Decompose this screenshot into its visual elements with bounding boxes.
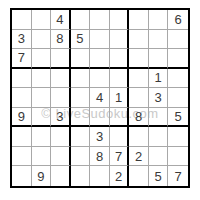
given-digit: 5 — [76, 31, 83, 46]
cell-r2c3[interactable]: 8 — [51, 30, 71, 50]
cell-r4c8[interactable]: 1 — [149, 69, 169, 89]
cell-r2c8[interactable] — [149, 30, 169, 50]
given-digit: 1 — [115, 90, 122, 105]
cell-r1c9[interactable]: 6 — [168, 10, 188, 30]
cell-r9c4[interactable] — [71, 166, 91, 186]
given-digit: 8 — [135, 109, 142, 124]
given-digit: 4 — [56, 12, 63, 27]
cell-r5c5[interactable]: 4 — [90, 88, 110, 108]
cell-r1c4[interactable] — [71, 10, 91, 30]
cell-r9c6[interactable]: 2 — [110, 166, 130, 186]
cell-r9c3[interactable] — [51, 166, 71, 186]
cell-r4c6[interactable] — [110, 69, 130, 89]
cell-r3c4[interactable] — [71, 49, 91, 69]
cell-r7c6[interactable] — [110, 127, 130, 147]
given-digit: 5 — [175, 109, 182, 124]
cell-r3c8[interactable] — [149, 49, 169, 69]
given-digit: 7 — [175, 169, 182, 184]
cell-r3c1[interactable]: 7 — [12, 49, 32, 69]
cell-r3c6[interactable] — [110, 49, 130, 69]
cell-r8c5[interactable]: 8 — [90, 147, 110, 167]
given-digit: 1 — [155, 70, 162, 85]
cell-r7c1[interactable] — [12, 127, 32, 147]
cell-r8c4[interactable] — [71, 147, 91, 167]
cell-r6c2[interactable] — [32, 108, 52, 128]
cell-r5c6[interactable]: 1 — [110, 88, 130, 108]
given-digit: 3 — [96, 129, 103, 144]
given-digit: 9 — [18, 109, 25, 124]
cell-r6c5[interactable] — [90, 108, 110, 128]
cell-r8c3[interactable] — [51, 147, 71, 167]
cell-r5c4[interactable] — [71, 88, 91, 108]
cell-r8c6[interactable]: 7 — [110, 147, 130, 167]
given-digit: 7 — [18, 50, 25, 65]
cell-r1c6[interactable] — [110, 10, 130, 30]
cell-r6c1[interactable]: 9 — [12, 108, 32, 128]
cell-r9c9[interactable]: 7 — [168, 166, 188, 186]
given-digit: 8 — [56, 31, 63, 46]
given-digit: 3 — [18, 31, 25, 46]
cell-r5c2[interactable] — [32, 88, 52, 108]
cell-r2c6[interactable] — [110, 30, 130, 50]
given-digit: 3 — [56, 109, 63, 124]
cell-r3c9[interactable] — [168, 49, 188, 69]
cell-r8c9[interactable] — [168, 147, 188, 167]
cell-r5c1[interactable] — [12, 88, 32, 108]
cell-r2c9[interactable] — [168, 30, 188, 50]
given-digit: 6 — [175, 12, 182, 27]
cell-r1c2[interactable] — [32, 10, 52, 30]
cell-r6c7[interactable]: 8 — [129, 108, 149, 128]
cell-r7c5[interactable]: 3 — [90, 127, 110, 147]
cell-r1c7[interactable] — [129, 10, 149, 30]
cell-r1c1[interactable] — [12, 10, 32, 30]
given-digit: 3 — [155, 90, 162, 105]
cell-r1c8[interactable] — [149, 10, 169, 30]
given-digit: 7 — [115, 149, 122, 164]
given-digit: 2 — [115, 169, 122, 184]
given-digit: 2 — [135, 149, 142, 164]
cell-r9c5[interactable] — [90, 166, 110, 186]
cell-r2c7[interactable] — [129, 30, 149, 50]
given-digit: 5 — [155, 169, 162, 184]
cell-r6c9[interactable]: 5 — [168, 108, 188, 128]
cell-r6c8[interactable] — [149, 108, 169, 128]
cell-r5c7[interactable] — [129, 88, 149, 108]
cell-r7c4[interactable] — [71, 127, 91, 147]
cell-r2c2[interactable] — [32, 30, 52, 50]
cell-r2c4[interactable]: 5 — [71, 30, 91, 50]
cell-r4c4[interactable] — [71, 69, 91, 89]
cell-r3c7[interactable] — [129, 49, 149, 69]
cell-r2c5[interactable] — [90, 30, 110, 50]
cell-r3c2[interactable] — [32, 49, 52, 69]
cell-r8c8[interactable] — [149, 147, 169, 167]
cell-r3c5[interactable] — [90, 49, 110, 69]
cell-r6c3[interactable]: 3 — [51, 108, 71, 128]
cell-r8c1[interactable] — [12, 147, 32, 167]
cell-r8c7[interactable]: 2 — [129, 147, 149, 167]
cell-r9c7[interactable] — [129, 166, 149, 186]
sudoku-grid: 4638571413938538729257 — [12, 10, 188, 186]
given-digit: 8 — [96, 149, 103, 164]
cell-r4c5[interactable] — [90, 69, 110, 89]
cell-r4c2[interactable] — [32, 69, 52, 89]
given-digit: 4 — [96, 90, 103, 105]
cell-r4c3[interactable] — [51, 69, 71, 89]
cell-r7c3[interactable] — [51, 127, 71, 147]
sudoku-board: © LiveSudoku.com 4638571413938538729257 — [10, 8, 190, 188]
cell-r5c8[interactable]: 3 — [149, 88, 169, 108]
cell-r8c2[interactable] — [32, 147, 52, 167]
cell-r9c2[interactable]: 9 — [32, 166, 52, 186]
cell-r9c1[interactable] — [12, 166, 32, 186]
cell-r7c8[interactable] — [149, 127, 169, 147]
cell-r6c4[interactable] — [71, 108, 91, 128]
cell-r5c3[interactable] — [51, 88, 71, 108]
cell-r6c6[interactable] — [110, 108, 130, 128]
cell-r4c1[interactable] — [12, 69, 32, 89]
cell-r4c9[interactable] — [168, 69, 188, 89]
cell-r5c9[interactable] — [168, 88, 188, 108]
cell-r7c7[interactable] — [129, 127, 149, 147]
cell-r7c9[interactable] — [168, 127, 188, 147]
cell-r7c2[interactable] — [32, 127, 52, 147]
cell-r1c5[interactable] — [90, 10, 110, 30]
given-digit: 9 — [37, 169, 44, 184]
cell-r3c3[interactable] — [51, 49, 71, 69]
cell-r4c7[interactable] — [129, 69, 149, 89]
cell-r1c3[interactable]: 4 — [51, 10, 71, 30]
cell-r9c8[interactable]: 5 — [149, 166, 169, 186]
cell-r2c1[interactable]: 3 — [12, 30, 32, 50]
